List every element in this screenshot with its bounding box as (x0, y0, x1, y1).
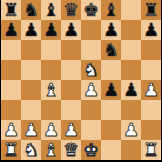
chess-board[interactable]: ♜♞♝♛♚♝♜♟♟♟♟♟♟♞♞♝♟♟♟♟♟♟♟♟♟♜♞♝♛♚♜ (1, 0, 161, 160)
square-f5[interactable] (101, 60, 121, 80)
piece-white-queen[interactable]: ♛ (63, 140, 79, 160)
square-a3[interactable] (1, 100, 21, 120)
piece-white-bishop[interactable]: ♝ (43, 80, 59, 100)
square-g1[interactable] (121, 140, 141, 160)
square-b3[interactable] (21, 100, 41, 120)
square-g6[interactable] (121, 40, 141, 60)
piece-black-pawn[interactable]: ♟ (103, 80, 119, 100)
square-c2[interactable]: ♟ (41, 120, 61, 140)
piece-white-pawn[interactable]: ♟ (123, 120, 139, 140)
square-e4[interactable]: ♟ (81, 80, 101, 100)
piece-white-pawn[interactable]: ♟ (143, 80, 159, 100)
square-e5[interactable]: ♞ (81, 60, 101, 80)
piece-white-bishop[interactable]: ♝ (43, 140, 59, 160)
piece-white-pawn[interactable]: ♟ (63, 120, 79, 140)
square-e6[interactable] (81, 40, 101, 60)
piece-white-pawn[interactable]: ♟ (43, 120, 59, 140)
piece-black-bishop[interactable]: ♝ (103, 0, 119, 20)
square-a1[interactable]: ♜ (1, 140, 21, 160)
square-g8[interactable] (121, 0, 141, 20)
piece-white-knight[interactable]: ♞ (83, 60, 99, 80)
piece-black-pawn[interactable]: ♟ (43, 20, 59, 40)
square-c6[interactable] (41, 40, 61, 60)
piece-black-bishop[interactable]: ♝ (43, 0, 59, 20)
square-a7[interactable]: ♟ (1, 20, 21, 40)
square-e2[interactable] (81, 120, 101, 140)
piece-black-pawn[interactable]: ♟ (63, 20, 79, 40)
square-h2[interactable] (141, 120, 161, 140)
piece-black-pawn[interactable]: ♟ (3, 20, 19, 40)
piece-white-rook[interactable]: ♜ (3, 140, 19, 160)
piece-black-pawn[interactable]: ♟ (103, 20, 119, 40)
square-g2[interactable]: ♟ (121, 120, 141, 140)
piece-black-king[interactable]: ♚ (83, 0, 99, 20)
square-h6[interactable] (141, 40, 161, 60)
square-f6[interactable]: ♞ (101, 40, 121, 60)
piece-black-pawn[interactable]: ♟ (123, 80, 139, 100)
square-d2[interactable]: ♟ (61, 120, 81, 140)
square-b5[interactable] (21, 60, 41, 80)
piece-white-knight[interactable]: ♞ (23, 140, 39, 160)
piece-black-pawn[interactable]: ♟ (23, 20, 39, 40)
square-h3[interactable] (141, 100, 161, 120)
piece-black-knight[interactable]: ♞ (103, 40, 119, 60)
square-g4[interactable]: ♟ (121, 80, 141, 100)
square-c1[interactable]: ♝ (41, 140, 61, 160)
square-f1[interactable] (101, 140, 121, 160)
square-b2[interactable]: ♟ (21, 120, 41, 140)
square-f2[interactable] (101, 120, 121, 140)
square-h4[interactable]: ♟ (141, 80, 161, 100)
chess-board-frame: ♜♞♝♛♚♝♜♟♟♟♟♟♟♞♞♝♟♟♟♟♟♟♟♟♟♜♞♝♛♚♜ (1, 0, 161, 160)
square-h7[interactable]: ♟ (141, 20, 161, 40)
square-a6[interactable] (1, 40, 21, 60)
square-d4[interactable] (61, 80, 81, 100)
square-a8[interactable]: ♜ (1, 0, 21, 20)
square-a4[interactable] (1, 80, 21, 100)
square-e8[interactable]: ♚ (81, 0, 101, 20)
square-h8[interactable]: ♜ (141, 0, 161, 20)
piece-black-rook[interactable]: ♜ (143, 0, 159, 20)
square-b7[interactable]: ♟ (21, 20, 41, 40)
square-d8[interactable]: ♛ (61, 0, 81, 20)
piece-white-rook[interactable]: ♜ (143, 140, 159, 160)
square-d1[interactable]: ♛ (61, 140, 81, 160)
square-g3[interactable] (121, 100, 141, 120)
piece-black-rook[interactable]: ♜ (3, 0, 19, 20)
square-b4[interactable] (21, 80, 41, 100)
square-e7[interactable] (81, 20, 101, 40)
square-b1[interactable]: ♞ (21, 140, 41, 160)
square-d7[interactable]: ♟ (61, 20, 81, 40)
piece-white-pawn[interactable]: ♟ (23, 120, 39, 140)
square-c3[interactable] (41, 100, 61, 120)
square-g5[interactable] (121, 60, 141, 80)
square-b6[interactable] (21, 40, 41, 60)
square-d3[interactable] (61, 100, 81, 120)
piece-black-queen[interactable]: ♛ (63, 0, 79, 20)
square-e3[interactable] (81, 100, 101, 120)
square-f4[interactable]: ♟ (101, 80, 121, 100)
square-c5[interactable] (41, 60, 61, 80)
square-c7[interactable]: ♟ (41, 20, 61, 40)
square-h1[interactable]: ♜ (141, 140, 161, 160)
square-f7[interactable]: ♟ (101, 20, 121, 40)
square-g7[interactable] (121, 20, 141, 40)
piece-white-king[interactable]: ♚ (83, 140, 99, 160)
square-d5[interactable] (61, 60, 81, 80)
square-a2[interactable]: ♟ (1, 120, 21, 140)
square-d6[interactable] (61, 40, 81, 60)
piece-black-pawn[interactable]: ♟ (143, 20, 159, 40)
square-b8[interactable]: ♞ (21, 0, 41, 20)
square-a5[interactable] (1, 60, 21, 80)
square-e1[interactable]: ♚ (81, 140, 101, 160)
square-h5[interactable] (141, 60, 161, 80)
square-f3[interactable] (101, 100, 121, 120)
piece-white-pawn[interactable]: ♟ (83, 80, 99, 100)
square-f8[interactable]: ♝ (101, 0, 121, 20)
square-c4[interactable]: ♝ (41, 80, 61, 100)
piece-black-knight[interactable]: ♞ (23, 0, 39, 20)
square-c8[interactable]: ♝ (41, 0, 61, 20)
piece-white-pawn[interactable]: ♟ (3, 120, 19, 140)
